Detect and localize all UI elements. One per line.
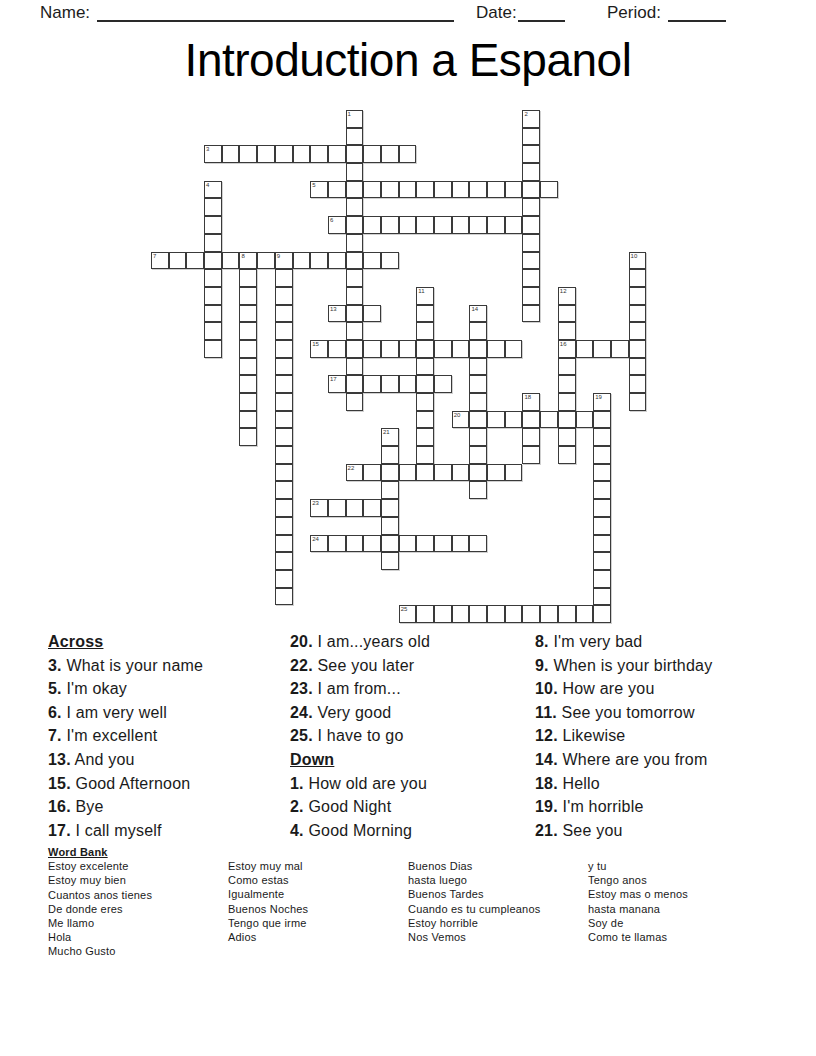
word-bank-word: y tu [588,859,688,873]
word-bank-word: Nos Vemos [408,930,540,944]
grid-cell [381,375,399,393]
word-bank-word: Igualmente [228,887,308,901]
word-bank-word: Mucho Gusto [48,944,152,958]
grid-cell [275,481,293,499]
clue-number: 16. [48,798,71,815]
grid-cell: 2 [522,110,540,128]
grid-cell [558,322,576,340]
grid-cell [239,322,257,340]
grid-cell [399,464,417,482]
grid-cell [204,198,222,216]
grid-cell [629,305,647,323]
grid-cell [239,393,257,411]
grid-cell [593,446,611,464]
grid-cell: 8 [239,252,257,270]
grid-cell [416,535,434,553]
word-bank-word: Estoy muy mal [228,859,308,873]
cell-number: 14 [471,306,478,313]
grid-cell [275,375,293,393]
grid-cell [328,535,346,553]
grid-cell [452,535,470,553]
grid-cell [434,535,452,553]
clue: 20. I am...years old [290,630,430,654]
grid-cell [239,428,257,446]
grid-cell [593,464,611,482]
clue-number: 10. [535,680,558,697]
clue: 25. I have to go [290,724,430,748]
grid-cell [381,464,399,482]
grid-cell [452,340,470,358]
cell-number: 7 [153,253,156,260]
grid-cell: 19 [593,393,611,411]
clue: 15. Good Afternoon [48,772,203,796]
grid-cell [239,375,257,393]
cell-number: 24 [312,536,319,543]
grid-cell [593,552,611,570]
grid-cell [275,535,293,553]
grid-cell [239,145,257,163]
grid-cell [416,393,434,411]
grid-cell [275,517,293,535]
grid-cell [416,305,434,323]
clue-number: 4. [290,822,304,839]
grid-cell: 20 [452,411,470,429]
grid-cell [487,411,505,429]
clue-number: 11. [535,704,557,721]
date-label: Date: [476,3,517,23]
grid-cell [328,252,346,270]
grid-cell [416,605,434,623]
grid-cell [629,269,647,287]
grid-cell [275,340,293,358]
grid-cell [469,411,487,429]
word-bank-word: Buenos Dias [408,859,540,873]
grid-cell [328,340,346,358]
grid-cell [505,216,523,234]
grid-cell [522,269,540,287]
grid-cell [328,499,346,517]
word-bank-column-1: Word BankEstoy excelenteEstoy muy bienCu… [48,845,152,959]
grid-cell [275,145,293,163]
grid-cell [558,393,576,411]
grid-cell [593,340,611,358]
grid-cell: 13 [328,305,346,323]
grid-cell [346,269,364,287]
grid-cell [346,499,364,517]
grid-cell [381,481,399,499]
word-bank-word: Tengo que irme [228,916,308,930]
cell-number: 15 [312,341,319,348]
grid-cell [522,252,540,270]
grid-cell [558,446,576,464]
grid-cell [275,588,293,606]
worksheet-page: Name: Date: Period: Introduction a Espan… [0,0,816,1056]
grid-cell [381,446,399,464]
word-bank-column-4: y tuTengo anosEstoy mas o menoshasta man… [588,859,688,944]
grid-cell [346,145,364,163]
grid-cell [275,499,293,517]
cell-number: 10 [631,253,638,260]
grid-cell [522,446,540,464]
grid-cell [469,375,487,393]
grid-cell [522,411,540,429]
clue: 4. Good Morning [290,819,430,843]
clue: 23. I am from... [290,677,430,701]
cell-number: 6 [330,217,333,224]
grid-cell [416,375,434,393]
grid-cell [328,181,346,199]
clue-number: 1. [290,775,304,792]
clue: 16. Bye [48,795,203,819]
grid-cell [522,145,540,163]
grid-cell [381,552,399,570]
grid-cell [434,340,452,358]
grid-cell [629,340,647,358]
grid-cell [522,605,540,623]
grid-cell: 6 [328,216,346,234]
clues-column-1: Across3. What is your name5. I'm okay6. … [48,630,203,842]
grid-cell [576,605,594,623]
grid-cell [593,570,611,588]
clues-column-3: 8. I'm very bad9. When is your birthday1… [535,630,712,842]
grid-cell [239,305,257,323]
grid-cell [540,411,558,429]
grid-cell [522,234,540,252]
grid-cell [629,375,647,393]
grid-cell [346,358,364,376]
grid-cell [346,198,364,216]
grid-cell: 25 [399,605,417,623]
clue-number: 17. [48,822,71,839]
grid-cell [239,358,257,376]
clue: 12. Likewise [535,724,712,748]
cell-number: 12 [560,288,567,295]
word-bank-word: Buenos Tardes [408,887,540,901]
grid-cell [522,216,540,234]
grid-cell [487,181,505,199]
grid-cell [257,145,275,163]
grid-cell [611,340,629,358]
word-bank-word: Soy de [588,916,688,930]
grid-cell [487,464,505,482]
grid-cell [452,181,470,199]
grid-cell [204,252,222,270]
word-bank-word: Estoy excelente [48,859,152,873]
grid-cell [434,375,452,393]
grid-cell [204,322,222,340]
clue: 22. See you later [290,654,430,678]
grid-cell [505,464,523,482]
word-bank-word: Me llamo [48,916,152,930]
grid-cell: 5 [310,181,328,199]
grid-cell [487,605,505,623]
grid-cell [416,181,434,199]
grid-cell: 23 [310,499,328,517]
grid-cell [469,481,487,499]
cell-number: 16 [560,341,567,348]
cell-number: 23 [312,500,319,507]
clue-number: 7. [48,727,62,744]
grid-cell: 21 [381,428,399,446]
word-bank-word: Hola [48,930,152,944]
word-bank-word: Como estas [228,873,308,887]
clue: 3. What is your name [48,654,203,678]
grid-cell [204,305,222,323]
clue-number: 9. [535,657,549,674]
grid-cell [239,287,257,305]
clue-number: 13. [48,751,71,768]
clue-number: 14. [535,751,558,768]
cell-number: 1 [348,111,351,118]
grid-cell [593,517,611,535]
grid-cell [558,411,576,429]
grid-cell [363,145,381,163]
grid-cell [469,216,487,234]
grid-cell [363,216,381,234]
grid-cell [275,464,293,482]
clue: 10. How are you [535,677,712,701]
clue: 5. I'm okay [48,677,203,701]
grid-cell [399,375,417,393]
word-bank-word: Cuando es tu cumpleanos [408,902,540,916]
grid-cell [593,481,611,499]
grid-cell [346,216,364,234]
grid-cell [399,535,417,553]
word-bank-word: Como te llamas [588,930,688,944]
grid-cell [434,464,452,482]
grid-cell [222,145,240,163]
word-bank-word: Estoy horrible [408,916,540,930]
clue-number: 6. [48,704,62,721]
grid-cell [593,499,611,517]
clue-number: 3. [48,657,62,674]
grid-cell [346,163,364,181]
cell-number: 9 [277,253,280,260]
grid-cell [416,428,434,446]
grid-cell [558,428,576,446]
date-blank-line [518,20,565,22]
grid-cell [239,411,257,429]
grid-cell [452,216,470,234]
clue: 19. I'm horrible [535,795,712,819]
cell-number: 11 [418,288,424,295]
grid-cell [522,287,540,305]
grid-cell [469,446,487,464]
grid-cell [381,340,399,358]
grid-cell [328,145,346,163]
grid-cell [416,446,434,464]
grid-cell [629,393,647,411]
grid-cell [346,234,364,252]
grid-cell [416,464,434,482]
grid-cell [275,411,293,429]
name-blank-line [97,20,454,22]
grid-cell [629,358,647,376]
cell-number: 13 [330,306,337,313]
clue-number: 21. [535,822,558,839]
grid-cell [381,535,399,553]
clue: 24. Very good [290,701,430,725]
grid-cell [275,322,293,340]
crossword-grid: 1234567891011121314151617181920212223242… [151,110,646,623]
clue: 7. I'm excellent [48,724,203,748]
grid-cell [293,145,311,163]
grid-cell [505,181,523,199]
clue-number: 18. [535,775,558,792]
name-label: Name: [40,3,90,23]
grid-cell [576,340,594,358]
grid-cell: 24 [310,535,328,553]
clue-number: 2. [290,798,304,815]
grid-cell [310,145,328,163]
grid-cell [487,216,505,234]
grid-cell [522,128,540,146]
clue-number: 25. [290,727,313,744]
grid-cell [363,535,381,553]
grid-cell [469,464,487,482]
grid-cell [346,181,364,199]
clue-number: 23. [290,680,313,697]
grid-cell [381,145,399,163]
grid-cell [204,234,222,252]
grid-cell: 22 [346,464,364,482]
grid-cell [346,535,364,553]
clue: 9. When is your birthday [535,654,712,678]
grid-cell [204,340,222,358]
grid-cell: 11 [416,287,434,305]
grid-cell [505,340,523,358]
grid-cell [416,411,434,429]
word-bank-word: Estoy muy bien [48,873,152,887]
word-bank-word: hasta luego [408,873,540,887]
grid-cell [239,269,257,287]
grid-cell [540,605,558,623]
grid-cell: 16 [558,340,576,358]
cell-number: 22 [348,465,355,472]
grid-cell: 7 [151,252,169,270]
grid-cell [186,252,204,270]
grid-cell [169,252,187,270]
clue: 8. I'm very bad [535,630,712,654]
grid-cell [416,340,434,358]
word-bank-column-2: Estoy muy malComo estasIgualmenteBuenos … [228,859,308,944]
clue-number: 19. [535,798,558,815]
clue: 11. See you tomorrow [535,701,712,725]
cell-number: 3 [206,146,209,153]
clue: 21. See you [535,819,712,843]
grid-cell [346,340,364,358]
grid-cell [434,181,452,199]
clue-number: 15. [48,775,71,792]
grid-cell [434,216,452,234]
grid-cell [469,322,487,340]
word-bank-word: De donde eres [48,902,152,916]
clue: 2. Good Night [290,795,430,819]
grid-cell [469,428,487,446]
grid-cell: 17 [328,375,346,393]
grid-cell [452,464,470,482]
grid-cell [452,605,470,623]
grid-cell: 1 [346,110,364,128]
grid-cell [363,305,381,323]
grid-cell [275,552,293,570]
grid-cell [522,198,540,216]
clue-number: 12. [535,727,558,744]
grid-cell [275,393,293,411]
cell-number: 4 [206,182,209,189]
cell-number: 25 [401,606,408,613]
across-heading: Across [48,630,203,654]
grid-cell: 18 [522,393,540,411]
grid-cell [363,252,381,270]
grid-cell [346,393,364,411]
grid-cell [257,252,275,270]
grid-cell [629,322,647,340]
grid-cell [522,163,540,181]
grid-cell [275,287,293,305]
grid-cell [275,358,293,376]
grid-cell: 9 [275,252,293,270]
grid-cell [346,375,364,393]
down-heading: Down [290,748,430,772]
grid-cell [346,287,364,305]
grid-cell [363,340,381,358]
grid-cell [629,287,647,305]
grid-cell [416,322,434,340]
word-bank-title: Word Bank [48,845,152,859]
grid-cell [593,411,611,429]
grid-cell [558,375,576,393]
grid-cell [275,570,293,588]
grid-cell [469,393,487,411]
period-blank-line [668,20,726,22]
cell-number: 21 [383,429,390,436]
grid-cell [522,305,540,323]
grid-cell [593,535,611,553]
grid-cell [363,464,381,482]
grid-cell [558,605,576,623]
grid-cell [381,216,399,234]
grid-cell [381,499,399,517]
cell-number: 2 [524,111,527,118]
grid-cell [293,252,311,270]
clue-number: 24. [290,704,313,721]
clue: 17. I call myself [48,819,203,843]
grid-cell [522,428,540,446]
clue-number: 20. [290,633,313,650]
grid-cell [310,252,328,270]
grid-cell [576,411,594,429]
grid-cell [469,605,487,623]
grid-cell [487,340,505,358]
grid-cell [363,375,381,393]
grid-cell [505,605,523,623]
cell-number: 20 [454,412,461,419]
clues-column-2: 20. I am...years old22. See you later23.… [290,630,430,842]
grid-cell [275,305,293,323]
clue-number: 8. [535,633,549,650]
grid-cell [363,181,381,199]
cell-number: 18 [524,394,531,401]
cell-number: 19 [595,394,602,401]
grid-cell: 12 [558,287,576,305]
grid-cell [275,446,293,464]
grid-cell [363,499,381,517]
clue: 18. Hello [535,772,712,796]
grid-cell [399,216,417,234]
grid-cell [381,181,399,199]
word-bank-column-3: Buenos Diashasta luegoBuenos TardesCuand… [408,859,540,944]
